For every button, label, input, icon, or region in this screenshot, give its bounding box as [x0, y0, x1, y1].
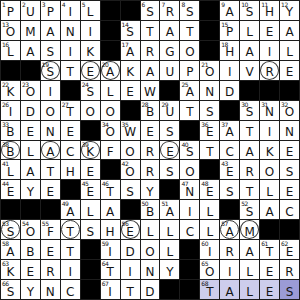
- cell-r14c14[interactable]: E: [260, 260, 279, 279]
- cell-letter: O: [141, 240, 160, 259]
- cell-r1c2[interactable]: 2U: [21, 1, 40, 20]
- black-cell: [220, 200, 239, 219]
- clue-number: 43: [221, 160, 228, 167]
- cell-r14c7[interactable]: I: [121, 260, 140, 279]
- cell-letter: K: [121, 61, 140, 80]
- cell-r12c8[interactable]: L: [141, 220, 160, 239]
- cell-r7c14[interactable]: I: [260, 121, 279, 140]
- cell-r12c1[interactable]: 53S: [1, 220, 20, 239]
- cell-r8c15[interactable]: E: [280, 141, 299, 160]
- cell-r12c2[interactable]: 54O: [21, 220, 40, 239]
- cell-r4c15[interactable]: E: [280, 61, 299, 80]
- cell-r3c8[interactable]: R: [141, 41, 160, 60]
- cell-r2c2[interactable]: M: [21, 21, 40, 40]
- cell-r8c1[interactable]: 38B: [1, 141, 20, 160]
- cell-r8c9[interactable]: E: [160, 141, 179, 160]
- cell-r15c3[interactable]: N: [41, 280, 60, 299]
- clue-number: 33: [2, 121, 9, 128]
- cell-r13c8[interactable]: O: [141, 240, 160, 259]
- cell-r8c3[interactable]: A: [41, 141, 60, 160]
- cell-r8c8[interactable]: R: [141, 141, 160, 160]
- cell-r9c1[interactable]: 41L: [1, 160, 20, 179]
- cell-r6c10[interactable]: T: [180, 101, 199, 120]
- black-cell: [81, 121, 100, 140]
- cell-letter: R: [240, 160, 259, 179]
- cell-r5c12[interactable]: D: [220, 81, 239, 100]
- cell-letter: I: [121, 260, 140, 279]
- clue-number: 44: [2, 180, 9, 187]
- cell-r10c12[interactable]: S: [220, 180, 239, 199]
- cell-r9c8[interactable]: R: [141, 160, 160, 179]
- cell-r4c6[interactable]: 20A: [101, 61, 120, 80]
- clue-number: 16: [2, 41, 9, 48]
- cell-r6c6[interactable]: O: [101, 101, 120, 120]
- black-cell: [101, 21, 120, 40]
- cell-r15c4[interactable]: C: [61, 280, 80, 299]
- cell-r9c4[interactable]: H: [61, 160, 80, 179]
- cell-r10c11[interactable]: 48E: [200, 180, 219, 199]
- clue-number: 53: [2, 220, 9, 227]
- cell-r3c1[interactable]: 16L: [1, 41, 20, 60]
- cell-r6c1[interactable]: 26I: [1, 101, 20, 120]
- cell-r13c4[interactable]: T: [61, 240, 80, 259]
- cell-r1c1[interactable]: 1P: [1, 1, 20, 20]
- cell-r2c3[interactable]: A: [41, 21, 60, 40]
- cell-r13c13[interactable]: A: [240, 240, 259, 259]
- clue-number: 41: [2, 160, 9, 167]
- cell-r1c15[interactable]: 12Y: [280, 1, 299, 20]
- cell-r7c4[interactable]: E: [61, 121, 80, 140]
- cell-r7c11[interactable]: 36E: [200, 121, 219, 140]
- cell-r7c7[interactable]: 35W: [121, 121, 140, 140]
- clue-number: 57: [221, 220, 228, 227]
- cell-r5c5[interactable]: 24S: [81, 81, 100, 100]
- cell-r11c4[interactable]: 49A: [61, 200, 80, 219]
- cell-r4c10[interactable]: P: [180, 61, 199, 80]
- cell-r4c13[interactable]: V: [240, 61, 259, 80]
- cell-r13c14[interactable]: 61T: [260, 240, 279, 259]
- cell-r13c3[interactable]: E: [41, 240, 60, 259]
- cell-r2c15[interactable]: A: [280, 21, 299, 40]
- cell-letter: Y: [21, 280, 40, 299]
- clue-number: 54: [22, 220, 29, 227]
- cell-r14c13[interactable]: L: [240, 260, 259, 279]
- cell-r10c10[interactable]: 47N: [180, 180, 199, 199]
- clue-number: 35: [122, 121, 129, 128]
- cell-r8c12[interactable]: C: [220, 141, 239, 160]
- black-cell: [200, 160, 219, 179]
- cell-letter: T: [180, 21, 199, 40]
- clue-number: 19: [42, 61, 49, 68]
- cell-r3c4[interactable]: I: [61, 41, 80, 60]
- cell-letter: C: [61, 280, 80, 299]
- cell-r15c13[interactable]: L: [240, 280, 259, 299]
- clue-number: 2: [22, 1, 25, 8]
- clue-number: 52: [241, 200, 248, 207]
- cell-letter: A: [21, 160, 40, 179]
- cell-r6c5[interactable]: O: [81, 101, 100, 120]
- clue-number: 37: [221, 121, 228, 128]
- cell-r13c15[interactable]: 62E: [280, 240, 299, 259]
- cell-r15c11[interactable]: 68T: [200, 280, 219, 299]
- cell-letter: T: [141, 21, 160, 40]
- cell-r14c2[interactable]: E: [21, 260, 40, 279]
- cell-letter: A: [101, 200, 120, 219]
- cell-r5c8[interactable]: W: [141, 81, 160, 100]
- cell-letter: A: [141, 61, 160, 80]
- black-cell: [180, 121, 199, 140]
- cell-letter: H: [61, 160, 80, 179]
- cell-letter: I: [180, 200, 199, 219]
- cell-letter: P: [180, 61, 199, 80]
- cell-r5c7[interactable]: E: [121, 81, 140, 100]
- black-cell: [240, 81, 259, 100]
- cell-r8c6[interactable]: F: [101, 141, 120, 160]
- clue-number: 46: [102, 180, 109, 187]
- clue-number: 17: [122, 41, 129, 48]
- cell-letter: E: [121, 81, 140, 100]
- cell-r13c9[interactable]: L: [160, 240, 179, 259]
- black-cell: [41, 200, 60, 219]
- clue-number: 56: [122, 220, 129, 227]
- black-cell: [81, 240, 100, 259]
- cell-r1c3[interactable]: 3P: [41, 1, 60, 20]
- cell-r3c13[interactable]: A: [240, 41, 259, 60]
- cell-r3c9[interactable]: G: [160, 41, 179, 60]
- cell-r12c3[interactable]: 55F: [41, 220, 60, 239]
- cell-r11c11[interactable]: L: [200, 200, 219, 219]
- cell-r4c9[interactable]: U: [160, 61, 179, 80]
- cell-r7c6[interactable]: 34O: [101, 121, 120, 140]
- black-cell: [101, 1, 120, 20]
- cell-r15c8[interactable]: D: [141, 280, 160, 299]
- cell-letter: L: [240, 21, 259, 40]
- cell-r4c12[interactable]: I: [220, 61, 239, 80]
- cell-r10c6[interactable]: 46T: [101, 180, 120, 199]
- cell-r14c11[interactable]: 65O: [200, 260, 219, 279]
- cell-r14c6[interactable]: 64T: [101, 260, 120, 279]
- cell-letter: K: [260, 141, 279, 160]
- cell-r2c13[interactable]: L: [240, 21, 259, 40]
- cell-letter: L: [160, 240, 179, 259]
- clue-number: 68: [201, 280, 208, 287]
- cell-letter: I: [61, 260, 80, 279]
- cell-r5c3[interactable]: I: [41, 81, 60, 100]
- cell-r6c15[interactable]: 32O: [280, 101, 299, 120]
- clue-number: 40: [181, 141, 188, 148]
- cell-letter: N: [41, 280, 60, 299]
- cell-r7c9[interactable]: S: [160, 121, 179, 140]
- clue-number: 32: [281, 101, 288, 108]
- clue-number: 50: [142, 200, 149, 207]
- cell-letter: H: [101, 220, 120, 239]
- cell-r6c4[interactable]: 27T: [61, 101, 80, 120]
- cell-r14c3[interactable]: R: [41, 260, 60, 279]
- cell-letter: E: [81, 160, 100, 179]
- cell-r10c13[interactable]: T: [240, 180, 259, 199]
- clue-number: 65: [201, 260, 208, 267]
- cell-r8c11[interactable]: T: [200, 141, 219, 160]
- cell-letter: O: [260, 160, 279, 179]
- cell-r2c7[interactable]: 14S: [121, 21, 140, 40]
- clue-number: 48: [201, 180, 208, 187]
- cell-letter: D: [21, 101, 40, 120]
- cell-letter: O: [81, 101, 100, 120]
- cell-r9c7[interactable]: 42O: [121, 160, 140, 179]
- cell-r1c4[interactable]: 4I: [61, 1, 80, 20]
- cell-r7c1[interactable]: 33B: [1, 121, 20, 140]
- cell-r13c1[interactable]: 58A: [1, 240, 20, 259]
- cell-r2c9[interactable]: A: [160, 21, 179, 40]
- cell-r6c3[interactable]: O: [41, 101, 60, 120]
- cell-letter: L: [280, 41, 299, 60]
- cell-r1c8[interactable]: 6S: [141, 1, 160, 20]
- cell-r1c5[interactable]: 5L: [81, 1, 100, 20]
- cell-letter: A: [260, 200, 279, 219]
- cell-r14c4[interactable]: I: [61, 260, 80, 279]
- cell-r7c3[interactable]: N: [41, 121, 60, 140]
- cell-r14c9[interactable]: Y: [160, 260, 179, 279]
- clue-number: 8: [181, 1, 184, 8]
- cell-r11c13[interactable]: 52S: [240, 200, 259, 219]
- cell-letter: L: [101, 81, 120, 100]
- cell-r15c15[interactable]: S: [280, 280, 299, 299]
- cell-r8c4[interactable]: C: [61, 141, 80, 160]
- cell-r6c8[interactable]: 28B: [141, 101, 160, 120]
- cell-r5c10[interactable]: 25A: [180, 81, 199, 100]
- cell-r15c1[interactable]: 66S: [1, 280, 20, 299]
- cell-r12c6[interactable]: H: [101, 220, 120, 239]
- cell-r10c7[interactable]: S: [121, 180, 140, 199]
- cell-letter: S: [200, 101, 219, 120]
- cell-r12c9[interactable]: L: [160, 220, 179, 239]
- cell-r9c12[interactable]: 43E: [220, 160, 239, 179]
- cell-r4c3[interactable]: 19S: [41, 61, 60, 80]
- cell-letter: O: [41, 101, 60, 120]
- cell-r1c9[interactable]: 7R: [160, 1, 179, 20]
- cell-r14c1[interactable]: 63K: [1, 260, 20, 279]
- cell-letter: N: [41, 121, 60, 140]
- cell-r13c11[interactable]: 60I: [200, 240, 219, 259]
- cell-r6c11[interactable]: S: [200, 101, 219, 120]
- cell-letter: E: [141, 121, 160, 140]
- cell-r8c2[interactable]: L: [21, 141, 40, 160]
- cell-r13c12[interactable]: R: [220, 240, 239, 259]
- clue-number: 12: [281, 1, 288, 8]
- clue-number: 14: [122, 21, 129, 28]
- cell-r8c13[interactable]: A: [240, 141, 259, 160]
- cell-r2c8[interactable]: T: [141, 21, 160, 40]
- cell-r12c11[interactable]: L: [200, 220, 219, 239]
- cell-r7c12[interactable]: 37A: [220, 121, 239, 140]
- cell-r5c11[interactable]: N: [200, 81, 219, 100]
- cell-letter: T: [240, 121, 259, 140]
- cell-r4c5[interactable]: E: [81, 61, 100, 80]
- clue-number: 55: [42, 220, 49, 227]
- cell-r10c3[interactable]: E: [41, 180, 60, 199]
- cell-r3c3[interactable]: S: [41, 41, 60, 60]
- cell-letter: O: [101, 101, 120, 120]
- cell-letter: A: [160, 21, 179, 40]
- cell-r11c15[interactable]: C: [280, 200, 299, 219]
- cell-r9c5[interactable]: E: [81, 160, 100, 179]
- clue-number: 20: [102, 61, 109, 68]
- cell-r11c10[interactable]: I: [180, 200, 199, 219]
- cell-r4c14[interactable]: R: [260, 61, 279, 80]
- cell-r8c14[interactable]: K: [260, 141, 279, 160]
- cell-r3c7[interactable]: 17A: [121, 41, 140, 60]
- clue-number: 24: [82, 81, 89, 88]
- cell-letter: S: [81, 220, 100, 239]
- clue-number: 13: [2, 21, 9, 28]
- cell-r6c9[interactable]: 29U: [160, 101, 179, 120]
- cell-letter: A: [220, 280, 239, 299]
- cell-r14c12[interactable]: I: [220, 260, 239, 279]
- cell-letter: T: [180, 101, 199, 120]
- cell-letter: L: [260, 180, 279, 199]
- cell-r1c14[interactable]: 11H: [260, 1, 279, 20]
- cell-r6c14[interactable]: 31N: [260, 101, 279, 120]
- cell-r1c12[interactable]: 9A: [220, 1, 239, 20]
- cell-r15c6[interactable]: 67I: [101, 280, 120, 299]
- cell-r2c5[interactable]: I: [81, 21, 100, 40]
- clue-number: 4: [62, 1, 65, 8]
- cell-r15c12[interactable]: A: [220, 280, 239, 299]
- cell-r12c4[interactable]: T: [61, 220, 80, 239]
- cell-letter: A: [21, 41, 40, 60]
- cell-letter: T: [61, 61, 80, 80]
- cell-r13c7[interactable]: D: [121, 240, 140, 259]
- cell-r2c10[interactable]: T: [180, 21, 199, 40]
- cell-r9c3[interactable]: T: [41, 160, 60, 179]
- cell-r10c5[interactable]: 45E: [81, 180, 100, 199]
- cell-r9c14[interactable]: O: [260, 160, 279, 179]
- cell-letter: T: [61, 240, 80, 259]
- cell-r11c14[interactable]: A: [260, 200, 279, 219]
- cell-letter: A: [240, 141, 259, 160]
- black-cell: [21, 200, 40, 219]
- clue-number: 45: [82, 180, 89, 187]
- cell-letter: A: [240, 240, 259, 259]
- cell-r9c15[interactable]: S: [280, 160, 299, 179]
- cell-r14c8[interactable]: N: [141, 260, 160, 279]
- clue-number: 25: [181, 81, 188, 88]
- cell-letter: M: [21, 21, 40, 40]
- cell-r6c13[interactable]: 30S: [240, 101, 259, 120]
- cell-r2c4[interactable]: N: [61, 21, 80, 40]
- cell-r8c5[interactable]: 39K: [81, 141, 100, 160]
- cell-r14c15[interactable]: R: [280, 260, 299, 279]
- clue-number: 64: [102, 260, 109, 267]
- cell-r13c6[interactable]: 59I: [101, 240, 120, 259]
- cell-letter: S: [220, 180, 239, 199]
- cell-r5c2[interactable]: 23O: [21, 81, 40, 100]
- cell-r5c6[interactable]: L: [101, 81, 120, 100]
- cell-r8c7[interactable]: O: [121, 141, 140, 160]
- cell-letter: A: [280, 21, 299, 40]
- cell-r12c12[interactable]: 57A: [220, 220, 239, 239]
- cell-r2c12[interactable]: 15P: [220, 21, 239, 40]
- cell-letter: E: [280, 180, 299, 199]
- cell-r9c10[interactable]: O: [180, 160, 199, 179]
- clue-number: 26: [2, 101, 9, 108]
- cell-r12c5[interactable]: S: [81, 220, 100, 239]
- black-cell: [1, 200, 20, 219]
- black-cell: [121, 200, 140, 219]
- black-cell: [280, 220, 299, 239]
- cell-r9c13[interactable]: R: [240, 160, 259, 179]
- cell-r7c13[interactable]: T: [240, 121, 259, 140]
- cell-r13c2[interactable]: B: [21, 240, 40, 259]
- cell-r3c15[interactable]: L: [280, 41, 299, 60]
- cell-r11c8[interactable]: 50B: [141, 200, 160, 219]
- clue-number: 51: [161, 200, 168, 207]
- circled-letter-marker: [81, 61, 100, 80]
- cell-r10c14[interactable]: L: [260, 180, 279, 199]
- cell-r2c14[interactable]: E: [260, 21, 279, 40]
- cell-r2c1[interactable]: 13O: [1, 21, 20, 40]
- cell-r9c9[interactable]: S: [160, 160, 179, 179]
- cell-r4c11[interactable]: 21O: [200, 61, 219, 80]
- cell-r11c9[interactable]: 51A: [160, 200, 179, 219]
- cell-r15c14[interactable]: E: [260, 280, 279, 299]
- cell-r1c13[interactable]: 10S: [240, 1, 259, 20]
- cell-r11c6[interactable]: A: [101, 200, 120, 219]
- cell-letter: Y: [141, 180, 160, 199]
- clue-number: 63: [2, 260, 9, 267]
- cell-r1c10[interactable]: 8S: [180, 1, 199, 20]
- clue-number: 23: [22, 81, 29, 88]
- cell-r12c13[interactable]: M: [240, 220, 259, 239]
- cell-r4c4[interactable]: T: [61, 61, 80, 80]
- cell-r8c10[interactable]: 40S: [180, 141, 199, 160]
- cell-letter: L: [21, 141, 40, 160]
- cell-r4c7[interactable]: K: [121, 61, 140, 80]
- cell-r6c2[interactable]: D: [21, 101, 40, 120]
- cell-r15c2[interactable]: Y: [21, 280, 40, 299]
- cell-r5c1[interactable]: 22K: [1, 81, 20, 100]
- cell-r10c8[interactable]: Y: [141, 180, 160, 199]
- cell-letter: R: [141, 41, 160, 60]
- cell-letter: D: [141, 280, 160, 299]
- cell-r10c2[interactable]: Y: [21, 180, 40, 199]
- black-cell: [200, 1, 219, 20]
- cell-r12c7[interactable]: 56E: [121, 220, 140, 239]
- cell-r4c8[interactable]: A: [141, 61, 160, 80]
- cell-r7c8[interactable]: E: [141, 121, 160, 140]
- cell-letter: T: [240, 180, 259, 199]
- clue-number: 38: [2, 141, 9, 148]
- cell-r9c2[interactable]: A: [21, 160, 40, 179]
- cell-r12c10[interactable]: C: [180, 220, 199, 239]
- black-cell: [160, 280, 179, 299]
- cell-letter: N: [141, 260, 160, 279]
- cell-r3c14[interactable]: I: [260, 41, 279, 60]
- cell-r7c2[interactable]: E: [21, 121, 40, 140]
- cell-letter: O: [180, 41, 199, 60]
- cell-letter: I: [41, 81, 60, 100]
- cell-r15c7[interactable]: T: [121, 280, 140, 299]
- cell-r3c2[interactable]: A: [21, 41, 40, 60]
- cell-r3c12[interactable]: 18H: [220, 41, 239, 60]
- cell-r3c10[interactable]: O: [180, 41, 199, 60]
- cell-r10c1[interactable]: 44E: [1, 180, 20, 199]
- cell-r7c15[interactable]: N: [280, 121, 299, 140]
- cell-r11c5[interactable]: L: [81, 200, 100, 219]
- cell-r3c5[interactable]: K: [81, 41, 100, 60]
- cell-letter: S: [41, 41, 60, 60]
- cell-r10c15[interactable]: E: [280, 180, 299, 199]
